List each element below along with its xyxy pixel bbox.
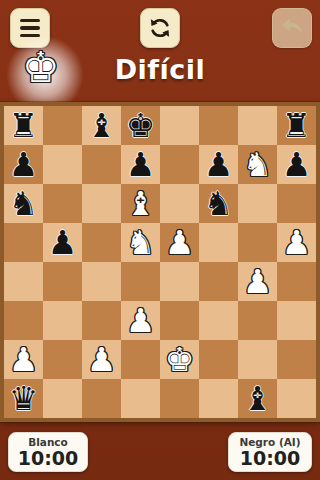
undo-button[interactable] bbox=[272, 8, 312, 48]
square-c1[interactable] bbox=[82, 379, 121, 418]
piece-black-pawn: ♟ bbox=[282, 145, 312, 184]
piece-black-pawn: ♟ bbox=[9, 145, 39, 184]
piece-white-bishop: ♝ bbox=[126, 184, 156, 223]
square-f8[interactable] bbox=[199, 106, 238, 145]
square-a2[interactable]: ♟ bbox=[4, 340, 43, 379]
square-f3[interactable] bbox=[199, 301, 238, 340]
piece-black-bishop: ♝ bbox=[87, 106, 117, 145]
square-c7[interactable] bbox=[82, 145, 121, 184]
square-d1[interactable] bbox=[121, 379, 160, 418]
square-f2[interactable] bbox=[199, 340, 238, 379]
piece-black-bishop: ♝ bbox=[243, 379, 273, 418]
black-clock-label: Negro (AI) bbox=[239, 436, 300, 448]
square-h1[interactable] bbox=[277, 379, 316, 418]
square-e3[interactable] bbox=[160, 301, 199, 340]
square-h7[interactable]: ♟ bbox=[277, 145, 316, 184]
square-h6[interactable] bbox=[277, 184, 316, 223]
square-c2[interactable]: ♟ bbox=[82, 340, 121, 379]
square-g2[interactable] bbox=[238, 340, 277, 379]
page-title: Difícil bbox=[0, 54, 320, 85]
piece-black-knight: ♞ bbox=[204, 184, 234, 223]
hamburger-icon bbox=[20, 19, 40, 37]
square-e1[interactable] bbox=[160, 379, 199, 418]
black-clock-time: 10:00 bbox=[240, 448, 300, 469]
square-a5[interactable] bbox=[4, 223, 43, 262]
square-c5[interactable] bbox=[82, 223, 121, 262]
square-b7[interactable] bbox=[43, 145, 82, 184]
square-g7[interactable]: ♞ bbox=[238, 145, 277, 184]
piece-white-pawn: ♟ bbox=[87, 340, 117, 379]
piece-black-knight: ♞ bbox=[9, 184, 39, 223]
square-c4[interactable] bbox=[82, 262, 121, 301]
square-g1[interactable]: ♝ bbox=[238, 379, 277, 418]
white-clock: Blanco 10:00 bbox=[8, 432, 88, 472]
square-b5[interactable]: ♟ bbox=[43, 223, 82, 262]
square-a1[interactable]: ♛ bbox=[4, 379, 43, 418]
square-h4[interactable] bbox=[277, 262, 316, 301]
piece-black-pawn: ♟ bbox=[126, 145, 156, 184]
square-a3[interactable] bbox=[4, 301, 43, 340]
square-a6[interactable]: ♞ bbox=[4, 184, 43, 223]
piece-white-pawn: ♟ bbox=[165, 223, 195, 262]
refresh-icon bbox=[148, 16, 172, 40]
piece-white-knight: ♞ bbox=[243, 145, 273, 184]
square-b2[interactable] bbox=[43, 340, 82, 379]
chess-board: ♜♝♚♜♟♟♟♞♟♞♝♞♟♞♟♟♟♟♟♟♚♛♝ bbox=[0, 102, 320, 422]
square-e8[interactable] bbox=[160, 106, 199, 145]
square-c3[interactable] bbox=[82, 301, 121, 340]
square-g6[interactable] bbox=[238, 184, 277, 223]
square-b6[interactable] bbox=[43, 184, 82, 223]
square-b1[interactable] bbox=[43, 379, 82, 418]
square-f6[interactable]: ♞ bbox=[199, 184, 238, 223]
undo-arrow-icon bbox=[279, 15, 305, 41]
square-d5[interactable]: ♞ bbox=[121, 223, 160, 262]
square-g5[interactable] bbox=[238, 223, 277, 262]
square-g3[interactable] bbox=[238, 301, 277, 340]
square-h5[interactable]: ♟ bbox=[277, 223, 316, 262]
square-d6[interactable]: ♝ bbox=[121, 184, 160, 223]
white-clock-time: 10:00 bbox=[18, 448, 78, 469]
square-h3[interactable] bbox=[277, 301, 316, 340]
square-g8[interactable] bbox=[238, 106, 277, 145]
square-d4[interactable] bbox=[121, 262, 160, 301]
square-c8[interactable]: ♝ bbox=[82, 106, 121, 145]
square-e2[interactable]: ♚ bbox=[160, 340, 199, 379]
square-d3[interactable]: ♟ bbox=[121, 301, 160, 340]
square-e5[interactable]: ♟ bbox=[160, 223, 199, 262]
piece-black-king: ♚ bbox=[126, 106, 156, 145]
piece-white-pawn: ♟ bbox=[9, 340, 39, 379]
square-e4[interactable] bbox=[160, 262, 199, 301]
square-b8[interactable] bbox=[43, 106, 82, 145]
piece-black-pawn: ♟ bbox=[48, 223, 78, 262]
square-f7[interactable]: ♟ bbox=[199, 145, 238, 184]
square-h2[interactable] bbox=[277, 340, 316, 379]
square-d8[interactable]: ♚ bbox=[121, 106, 160, 145]
new-game-button[interactable] bbox=[140, 8, 180, 48]
square-c6[interactable] bbox=[82, 184, 121, 223]
piece-black-pawn: ♟ bbox=[204, 145, 234, 184]
square-e6[interactable] bbox=[160, 184, 199, 223]
square-a4[interactable] bbox=[4, 262, 43, 301]
piece-black-queen: ♛ bbox=[9, 379, 39, 418]
square-h8[interactable]: ♜ bbox=[277, 106, 316, 145]
white-clock-label: Blanco bbox=[28, 436, 68, 448]
black-clock: Negro (AI) 10:00 bbox=[228, 432, 312, 472]
square-b4[interactable] bbox=[43, 262, 82, 301]
square-d7[interactable]: ♟ bbox=[121, 145, 160, 184]
square-f1[interactable] bbox=[199, 379, 238, 418]
square-f5[interactable] bbox=[199, 223, 238, 262]
piece-white-pawn: ♟ bbox=[243, 262, 273, 301]
square-f4[interactable] bbox=[199, 262, 238, 301]
piece-black-rook: ♜ bbox=[282, 106, 312, 145]
piece-white-pawn: ♟ bbox=[126, 301, 156, 340]
piece-white-knight: ♞ bbox=[126, 223, 156, 262]
square-g4[interactable]: ♟ bbox=[238, 262, 277, 301]
square-b3[interactable] bbox=[43, 301, 82, 340]
square-a7[interactable]: ♟ bbox=[4, 145, 43, 184]
piece-white-pawn: ♟ bbox=[282, 223, 312, 262]
square-a8[interactable]: ♜ bbox=[4, 106, 43, 145]
square-d2[interactable] bbox=[121, 340, 160, 379]
piece-black-rook: ♜ bbox=[9, 106, 39, 145]
chess-app-screen: ♚ Difícil ♜♝♚♜♟♟♟♞♟♞♝♞♟♞♟♟♟♟♟♟♚♛♝ Blanco… bbox=[0, 0, 320, 480]
square-e7[interactable] bbox=[160, 145, 199, 184]
piece-white-king: ♚ bbox=[165, 340, 195, 379]
